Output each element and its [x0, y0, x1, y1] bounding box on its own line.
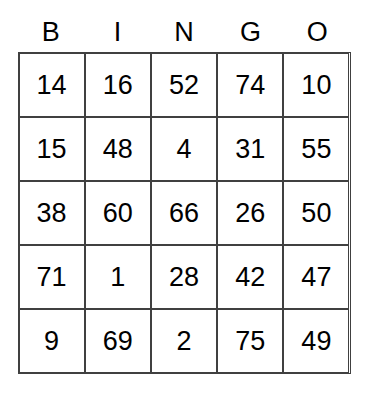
bingo-cell-r1c1[interactable]: 48 [85, 117, 151, 181]
bingo-cell-r4c2[interactable]: 2 [151, 309, 217, 373]
header-letter-g: G [217, 19, 284, 46]
bingo-header: B I N G O [18, 12, 351, 52]
bingo-cell-r3c4[interactable]: 47 [283, 245, 349, 309]
bingo-cell-r0c0[interactable]: 14 [19, 53, 85, 117]
bingo-cell-r2c3[interactable]: 26 [217, 181, 283, 245]
bingo-cell-r4c4[interactable]: 49 [283, 309, 349, 373]
bingo-cell-r3c0[interactable]: 71 [19, 245, 85, 309]
bingo-cell-r4c3[interactable]: 75 [217, 309, 283, 373]
header-letter-i: I [84, 19, 151, 46]
bingo-cell-r1c0[interactable]: 15 [19, 117, 85, 181]
bingo-card: B I N G O 14 16 52 74 10 15 48 4 31 55 3… [18, 12, 351, 374]
bingo-cell-r1c3[interactable]: 31 [217, 117, 283, 181]
bingo-cell-r1c4[interactable]: 55 [283, 117, 349, 181]
bingo-cell-r0c2[interactable]: 52 [151, 53, 217, 117]
header-letter-o: O [284, 19, 351, 46]
bingo-cell-r2c1[interactable]: 60 [85, 181, 151, 245]
bingo-cell-r0c4[interactable]: 10 [283, 53, 349, 117]
bingo-cell-r2c2[interactable]: 66 [151, 181, 217, 245]
bingo-cell-r4c1[interactable]: 69 [85, 309, 151, 373]
bingo-cell-r3c1[interactable]: 1 [85, 245, 151, 309]
bingo-cell-r3c3[interactable]: 42 [217, 245, 283, 309]
bingo-cell-r4c0[interactable]: 9 [19, 309, 85, 373]
bingo-cell-r1c2[interactable]: 4 [151, 117, 217, 181]
header-letter-b: B [18, 19, 85, 46]
bingo-cell-r0c1[interactable]: 16 [85, 53, 151, 117]
header-letter-n: N [151, 19, 218, 46]
bingo-cell-r0c3[interactable]: 74 [217, 53, 283, 117]
bingo-cell-r2c0[interactable]: 38 [19, 181, 85, 245]
bingo-cell-r2c4[interactable]: 50 [283, 181, 349, 245]
bingo-cell-r3c2[interactable]: 28 [151, 245, 217, 309]
bingo-board: 14 16 52 74 10 15 48 4 31 55 38 60 66 26… [18, 52, 351, 374]
